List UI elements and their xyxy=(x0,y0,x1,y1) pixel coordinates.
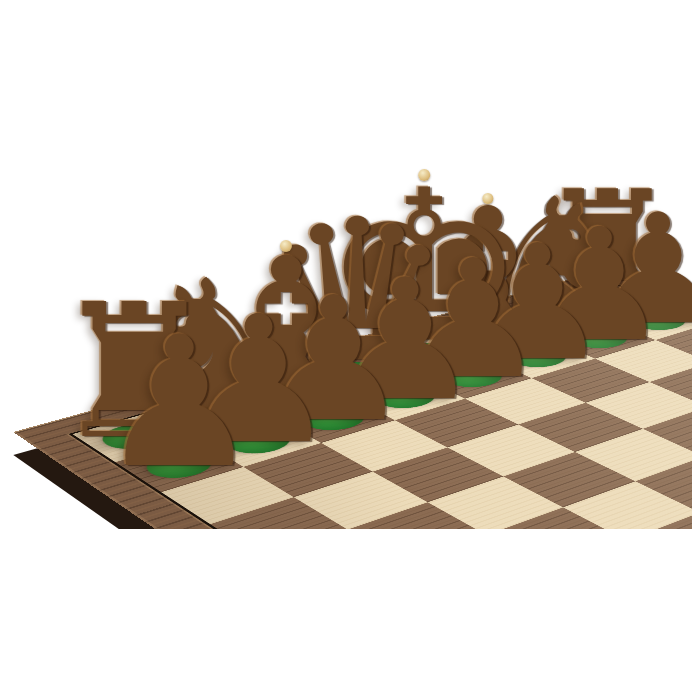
light-finial-f8 xyxy=(482,193,493,204)
light-finial-e8 xyxy=(418,169,430,181)
chess-set-product-photo: ♜♞♟♝♟♚♟♛♟♝♟♞♟♜♟♟ xyxy=(0,0,700,700)
chessboard xyxy=(13,267,700,529)
square-c3 xyxy=(487,507,627,529)
square-d3 xyxy=(563,481,700,529)
square-d4 xyxy=(503,452,635,507)
photo-right-margin xyxy=(692,0,700,529)
square-d2 xyxy=(627,513,700,529)
square-e3 xyxy=(635,457,700,513)
piece-contact-shadow xyxy=(108,445,232,492)
square-a6 xyxy=(161,467,293,524)
square-b4 xyxy=(348,502,487,529)
light-finial-c8 xyxy=(280,240,292,252)
board-inlay-border xyxy=(68,282,700,529)
square-c5 xyxy=(373,447,504,502)
photo-crop-area: ♜♞♟♝♟♚♟♛♟♝♟♞♟♜♟♟ xyxy=(0,0,700,529)
square-b5 xyxy=(294,472,428,529)
square-a5 xyxy=(210,497,347,529)
square-c4 xyxy=(428,476,563,529)
board-squares-grid xyxy=(72,283,700,529)
